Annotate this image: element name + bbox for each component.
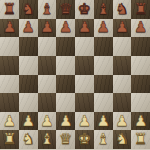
square-d2[interactable]: ♟ (56, 112, 75, 131)
square-d6[interactable] (56, 37, 75, 56)
piece-white-pawn[interactable]: ♟ (115, 113, 128, 128)
square-c6[interactable] (38, 37, 57, 56)
piece-black-pawn[interactable]: ♟ (78, 20, 91, 35)
piece-white-pawn[interactable]: ♟ (59, 113, 72, 128)
piece-white-bishop[interactable]: ♝ (40, 132, 53, 147)
square-f5[interactable] (94, 56, 113, 75)
square-d4[interactable] (56, 75, 75, 94)
square-c2[interactable]: ♟ (38, 112, 57, 131)
square-c5[interactable] (38, 56, 57, 75)
piece-black-pawn[interactable]: ♟ (134, 20, 147, 35)
square-c4[interactable] (38, 75, 57, 94)
piece-white-knight[interactable]: ♞ (21, 132, 34, 147)
piece-white-knight[interactable]: ♞ (115, 132, 128, 147)
square-b4[interactable] (19, 75, 38, 94)
piece-black-king[interactable]: ♚ (78, 1, 91, 16)
piece-black-knight[interactable]: ♞ (115, 1, 128, 16)
square-a4[interactable] (0, 75, 19, 94)
piece-white-pawn[interactable]: ♟ (96, 113, 109, 128)
piece-black-pawn[interactable]: ♟ (21, 20, 34, 35)
square-h8[interactable]: ♜ (131, 0, 150, 19)
square-h2[interactable]: ♟ (131, 112, 150, 131)
square-b6[interactable] (19, 37, 38, 56)
square-e4[interactable] (75, 75, 94, 94)
square-b3[interactable] (19, 93, 38, 112)
square-f2[interactable]: ♟ (94, 112, 113, 131)
square-a3[interactable] (0, 93, 19, 112)
square-g7[interactable]: ♟ (113, 19, 132, 38)
square-h4[interactable] (131, 75, 150, 94)
square-d7[interactable]: ♟ (56, 19, 75, 38)
square-e7[interactable]: ♟ (75, 19, 94, 38)
square-d1[interactable]: ♛ (56, 130, 75, 149)
square-g4[interactable] (113, 75, 132, 94)
piece-black-bishop[interactable]: ♝ (96, 1, 109, 16)
square-h5[interactable] (131, 56, 150, 75)
piece-black-pawn[interactable]: ♟ (3, 20, 16, 35)
piece-black-rook[interactable]: ♜ (3, 1, 16, 16)
square-e1[interactable]: ♚ (75, 130, 94, 149)
square-f4[interactable] (94, 75, 113, 94)
piece-black-rook[interactable]: ♜ (134, 1, 147, 16)
square-h3[interactable] (131, 93, 150, 112)
piece-black-pawn[interactable]: ♟ (96, 20, 109, 35)
square-b8[interactable]: ♞ (19, 0, 38, 19)
square-h7[interactable]: ♟ (131, 19, 150, 38)
piece-white-pawn[interactable]: ♟ (134, 113, 147, 128)
piece-black-pawn[interactable]: ♟ (115, 20, 128, 35)
square-h1[interactable]: ♜ (131, 130, 150, 149)
square-a6[interactable] (0, 37, 19, 56)
square-g3[interactable] (113, 93, 132, 112)
square-a7[interactable]: ♟ (0, 19, 19, 38)
piece-white-rook[interactable]: ♜ (134, 132, 147, 147)
square-b7[interactable]: ♟ (19, 19, 38, 38)
square-f1[interactable]: ♝ (94, 130, 113, 149)
square-g8[interactable]: ♞ (113, 0, 132, 19)
square-g6[interactable] (113, 37, 132, 56)
square-e5[interactable] (75, 56, 94, 75)
square-b1[interactable]: ♞ (19, 130, 38, 149)
square-b5[interactable] (19, 56, 38, 75)
square-b2[interactable]: ♟ (19, 112, 38, 131)
piece-white-pawn[interactable]: ♟ (3, 113, 16, 128)
square-g1[interactable]: ♞ (113, 130, 132, 149)
square-h6[interactable] (131, 37, 150, 56)
square-f3[interactable] (94, 93, 113, 112)
square-c1[interactable]: ♝ (38, 130, 57, 149)
piece-black-pawn[interactable]: ♟ (59, 20, 72, 35)
square-g5[interactable] (113, 56, 132, 75)
square-a1[interactable]: ♜ (0, 130, 19, 149)
square-a5[interactable] (0, 56, 19, 75)
piece-white-king[interactable]: ♚ (78, 132, 91, 147)
square-g2[interactable]: ♟ (113, 112, 132, 131)
square-d3[interactable] (56, 93, 75, 112)
piece-white-rook[interactable]: ♜ (3, 132, 16, 147)
square-e8[interactable]: ♚ (75, 0, 94, 19)
square-e3[interactable] (75, 93, 94, 112)
piece-white-queen[interactable]: ♛ (59, 132, 72, 147)
square-f6[interactable] (94, 37, 113, 56)
square-e2[interactable]: ♟ (75, 112, 94, 131)
chess-board: ♜♞♝♛♚♝♞♜♟♟♟♟♟♟♟♟♟♟♟♟♟♟♟♟♜♞♝♛♚♝♞♜ (0, 0, 150, 150)
square-c7[interactable]: ♟ (38, 19, 57, 38)
piece-black-bishop[interactable]: ♝ (40, 1, 53, 16)
piece-white-pawn[interactable]: ♟ (78, 113, 91, 128)
square-f8[interactable]: ♝ (94, 0, 113, 19)
square-a2[interactable]: ♟ (0, 112, 19, 131)
square-d5[interactable] (56, 56, 75, 75)
square-c3[interactable] (38, 93, 57, 112)
piece-white-pawn[interactable]: ♟ (21, 113, 34, 128)
square-a8[interactable]: ♜ (0, 0, 19, 19)
piece-black-queen[interactable]: ♛ (59, 1, 72, 16)
square-c8[interactable]: ♝ (38, 0, 57, 19)
piece-black-knight[interactable]: ♞ (21, 1, 34, 16)
piece-black-pawn[interactable]: ♟ (40, 20, 53, 35)
square-e6[interactable] (75, 37, 94, 56)
square-d8[interactable]: ♛ (56, 0, 75, 19)
piece-white-pawn[interactable]: ♟ (40, 113, 53, 128)
square-f7[interactable]: ♟ (94, 19, 113, 38)
piece-white-bishop[interactable]: ♝ (96, 132, 109, 147)
